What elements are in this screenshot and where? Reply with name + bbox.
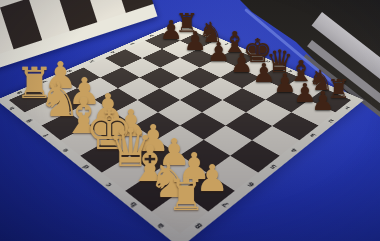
piece-white-rook-a1[interactable]: ♜ (166, 174, 206, 217)
photo-scene: abcdefgh abcdefgh 87654321 87654321 ♜♞♝♛… (0, 0, 380, 241)
piece-black-pawn-a7[interactable]: ♟ (303, 88, 343, 114)
